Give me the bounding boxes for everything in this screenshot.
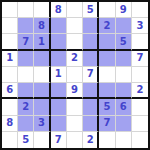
cell-r9c9[interactable] bbox=[132, 132, 148, 148]
cell-r4c5[interactable]: 2 bbox=[67, 51, 83, 67]
cell-r9c6[interactable]: 2 bbox=[83, 132, 99, 148]
cell-r1c4[interactable]: 8 bbox=[51, 2, 67, 18]
cell-r7c6[interactable] bbox=[83, 99, 99, 115]
cell-r2c5[interactable] bbox=[67, 18, 83, 34]
cell-r1c8[interactable]: 9 bbox=[116, 2, 132, 18]
cell-r9c3[interactable] bbox=[34, 132, 50, 148]
cell-r7c2[interactable]: 2 bbox=[18, 99, 34, 115]
cell-r9c5[interactable] bbox=[67, 132, 83, 148]
cell-r5c8[interactable] bbox=[116, 67, 132, 83]
cell-r3c2[interactable]: 7 bbox=[18, 34, 34, 50]
cell-r6c7[interactable] bbox=[99, 83, 115, 99]
cell-r3c9[interactable] bbox=[132, 34, 148, 50]
cell-r2c4[interactable] bbox=[51, 18, 67, 34]
cell-r8c9[interactable] bbox=[132, 116, 148, 132]
cell-r5c9[interactable] bbox=[132, 67, 148, 83]
cell-r5c3[interactable] bbox=[34, 67, 50, 83]
cell-r6c6[interactable] bbox=[83, 83, 99, 99]
cell-r8c2[interactable] bbox=[18, 116, 34, 132]
cell-r9c7[interactable] bbox=[99, 132, 115, 148]
cell-r9c2[interactable]: 5 bbox=[18, 132, 34, 148]
cell-r4c3[interactable] bbox=[34, 51, 50, 67]
cell-r7c5[interactable] bbox=[67, 99, 83, 115]
cell-r2c3[interactable]: 8 bbox=[34, 18, 50, 34]
cell-r6c9[interactable]: 2 bbox=[132, 83, 148, 99]
cell-r7c8[interactable]: 6 bbox=[116, 99, 132, 115]
cell-r5c4[interactable]: 1 bbox=[51, 67, 67, 83]
cell-r7c7[interactable]: 5 bbox=[99, 99, 115, 115]
cell-r1c9[interactable] bbox=[132, 2, 148, 18]
cell-r1c7[interactable] bbox=[99, 2, 115, 18]
cell-r3c1[interactable] bbox=[2, 34, 18, 50]
cell-r7c9[interactable] bbox=[132, 99, 148, 115]
cell-r3c7[interactable] bbox=[99, 34, 115, 50]
cell-r4c9[interactable]: 7 bbox=[132, 51, 148, 67]
cell-r7c1[interactable] bbox=[2, 99, 18, 115]
cell-r1c3[interactable] bbox=[34, 2, 50, 18]
cell-r4c4[interactable] bbox=[51, 51, 67, 67]
cell-r8c8[interactable] bbox=[116, 116, 132, 132]
cell-r1c6[interactable]: 5 bbox=[83, 2, 99, 18]
sudoku-app: 85982371512717692256837572 bbox=[0, 0, 150, 150]
cell-r8c3[interactable]: 3 bbox=[34, 116, 50, 132]
cell-r5c6[interactable]: 7 bbox=[83, 67, 99, 83]
cell-r9c1[interactable] bbox=[2, 132, 18, 148]
cell-r7c4[interactable] bbox=[51, 99, 67, 115]
cell-r2c8[interactable] bbox=[116, 18, 132, 34]
cell-r4c6[interactable] bbox=[83, 51, 99, 67]
cell-r4c2[interactable] bbox=[18, 51, 34, 67]
cell-r8c5[interactable] bbox=[67, 116, 83, 132]
cell-r7c3[interactable] bbox=[34, 99, 50, 115]
cell-r6c2[interactable] bbox=[18, 83, 34, 99]
cell-r8c4[interactable] bbox=[51, 116, 67, 132]
cell-r6c8[interactable] bbox=[116, 83, 132, 99]
cell-r4c8[interactable] bbox=[116, 51, 132, 67]
cell-r5c5[interactable] bbox=[67, 67, 83, 83]
cell-r6c3[interactable] bbox=[34, 83, 50, 99]
cell-r5c7[interactable] bbox=[99, 67, 115, 83]
cell-r8c1[interactable]: 8 bbox=[2, 116, 18, 132]
cell-r9c8[interactable] bbox=[116, 132, 132, 148]
cell-r6c5[interactable]: 9 bbox=[67, 83, 83, 99]
cell-r6c4[interactable] bbox=[51, 83, 67, 99]
cell-r2c7[interactable]: 2 bbox=[99, 18, 115, 34]
cell-r3c6[interactable] bbox=[83, 34, 99, 50]
cell-r2c2[interactable] bbox=[18, 18, 34, 34]
cell-r1c2[interactable] bbox=[18, 2, 34, 18]
cell-r4c1[interactable]: 1 bbox=[2, 51, 18, 67]
cell-r8c7[interactable]: 7 bbox=[99, 116, 115, 132]
cell-r6c1[interactable]: 6 bbox=[2, 83, 18, 99]
cell-r1c5[interactable] bbox=[67, 2, 83, 18]
cell-r2c6[interactable] bbox=[83, 18, 99, 34]
cell-r3c3[interactable]: 1 bbox=[34, 34, 50, 50]
cell-r1c1[interactable] bbox=[2, 2, 18, 18]
cell-r2c1[interactable] bbox=[2, 18, 18, 34]
cell-r9c4[interactable]: 7 bbox=[51, 132, 67, 148]
cell-r8c6[interactable] bbox=[83, 116, 99, 132]
cell-r3c4[interactable] bbox=[51, 34, 67, 50]
cell-r5c1[interactable] bbox=[2, 67, 18, 83]
cell-r3c5[interactable] bbox=[67, 34, 83, 50]
cell-r4c7[interactable] bbox=[99, 51, 115, 67]
cell-r3c8[interactable]: 5 bbox=[116, 34, 132, 50]
sudoku-board: 85982371512717692256837572 bbox=[0, 0, 150, 150]
cell-r5c2[interactable] bbox=[18, 67, 34, 83]
cell-r2c9[interactable]: 3 bbox=[132, 18, 148, 34]
